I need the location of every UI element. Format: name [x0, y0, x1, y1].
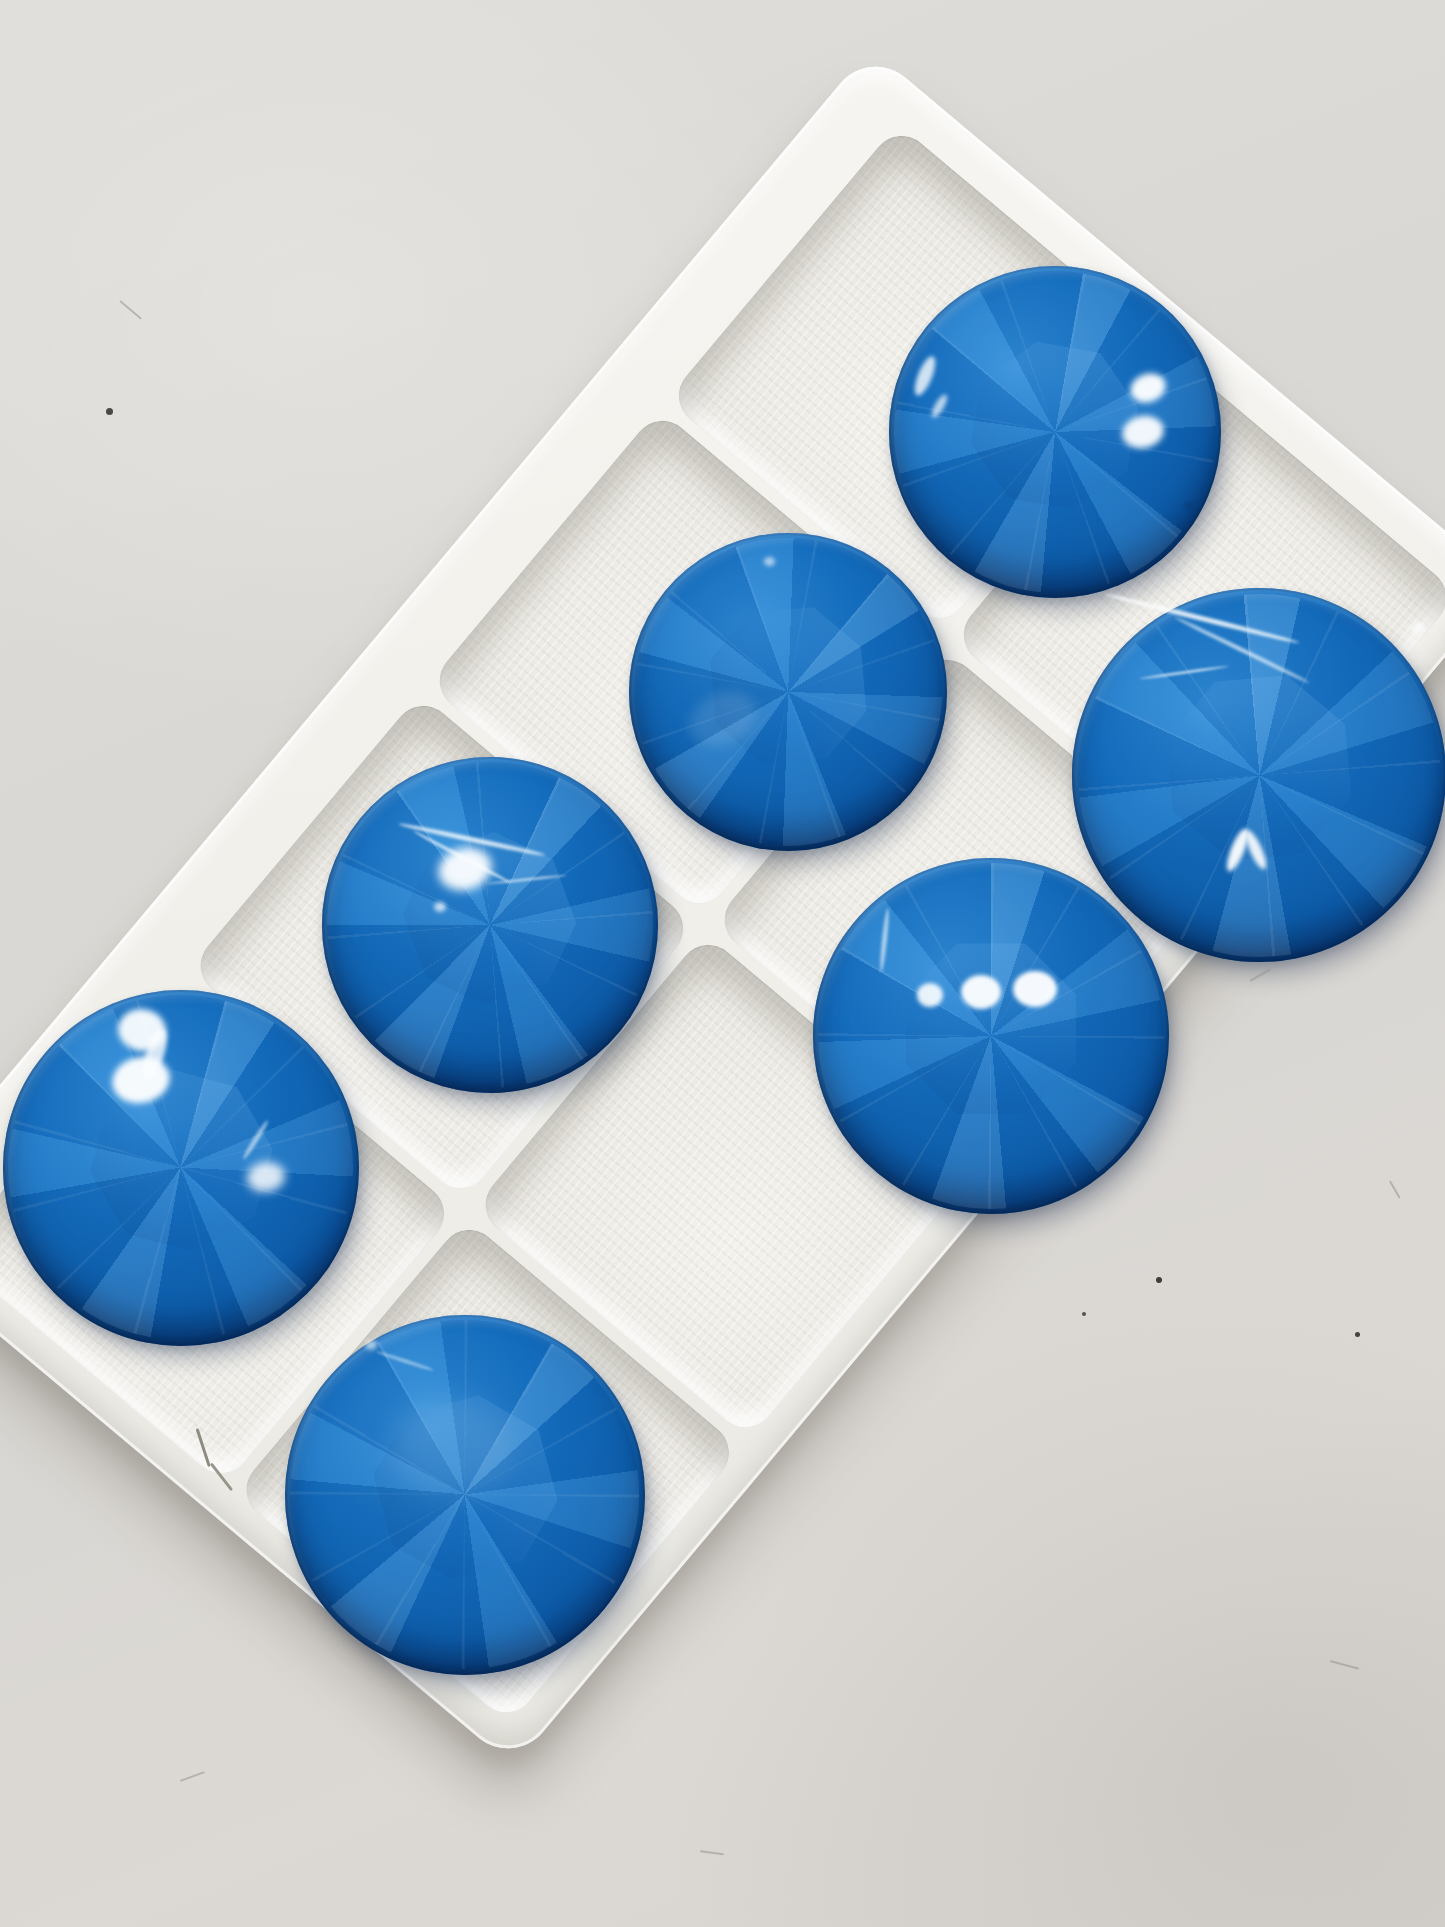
gem-row2-colA: [629, 533, 947, 851]
dust-speck: [1156, 1277, 1162, 1283]
specular-highlight: [917, 983, 943, 1007]
specular-highlight: [764, 557, 775, 566]
gem-row4-colB: [285, 1315, 645, 1675]
gem-row1-colA: [889, 266, 1221, 598]
desk-fiber: [120, 300, 142, 319]
desk-surface: [0, 0, 1445, 1927]
specular-highlight: [365, 1340, 377, 1350]
specular-highlight: [434, 902, 446, 912]
gem-row1-colB: [1072, 588, 1445, 962]
desk-fiber: [700, 1850, 724, 1855]
gem-row4-colA: [3, 990, 359, 1346]
desk-fiber: [1330, 1660, 1359, 1669]
desk-fiber: [180, 1771, 205, 1781]
specular-highlight: [393, 1400, 513, 1495]
specular-highlight: [1412, 623, 1424, 633]
specular-highlight: [1184, 501, 1196, 511]
dust-speck: [106, 408, 113, 415]
desk-fiber: [1389, 1180, 1400, 1198]
dust-speck: [1355, 1332, 1360, 1337]
gem-row2-colB: [813, 858, 1169, 1214]
dust-speck: [1082, 1312, 1086, 1316]
desk-fiber: [1250, 968, 1272, 981]
specular-highlight: [1013, 971, 1057, 1007]
gem-row3-colA: [322, 757, 658, 1093]
specular-highlight: [961, 975, 1001, 1009]
